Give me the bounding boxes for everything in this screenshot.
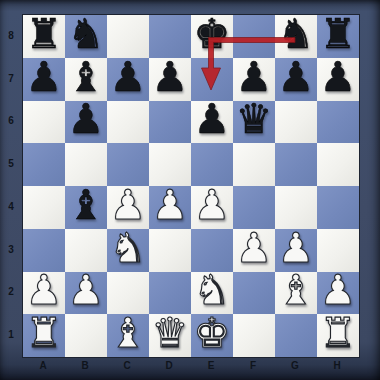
square-c4[interactable]: ♟ (107, 186, 149, 229)
square-h2[interactable]: ♟ (317, 272, 359, 315)
file-label-f: F (232, 357, 274, 373)
square-d5[interactable] (149, 143, 191, 186)
piece-white-pawn-h2[interactable]: ♟ (320, 270, 357, 311)
square-a6[interactable] (23, 101, 65, 144)
square-b1[interactable] (65, 314, 107, 357)
rank-label-7: 7 (0, 57, 22, 100)
rank-label-1: 1 (0, 313, 22, 356)
piece-white-knight-c3[interactable]: ♞ (110, 228, 147, 269)
piece-black-pawn-g7[interactable]: ♟ (278, 57, 315, 98)
piece-black-pawn-c7[interactable]: ♟ (110, 57, 147, 98)
square-f6[interactable]: ♛ (233, 101, 275, 144)
rank-label-6: 6 (0, 100, 22, 143)
square-h7[interactable]: ♟ (317, 58, 359, 101)
piece-white-pawn-a2[interactable]: ♟ (26, 270, 63, 311)
file-label-h: H (316, 357, 358, 373)
piece-white-bishop-g2[interactable]: ♝ (278, 270, 315, 311)
square-g4[interactable] (275, 186, 317, 229)
square-h3[interactable] (317, 229, 359, 272)
piece-white-knight-e2[interactable]: ♞ (194, 270, 231, 311)
chess-board: ♜♞♚♞♜♟♝♟♟♟♟♟♟♟♛♝♟♟♟♞♟♟♟♟♞♝♟♜♝♛♚♜ (22, 14, 360, 358)
square-d3[interactable] (149, 229, 191, 272)
square-b6[interactable]: ♟ (65, 101, 107, 144)
piece-white-rook-a1[interactable]: ♜ (26, 313, 63, 354)
rank-labels: 87654321 (0, 14, 22, 356)
square-d1[interactable]: ♛ (149, 314, 191, 357)
square-a4[interactable] (23, 186, 65, 229)
piece-black-pawn-b6[interactable]: ♟ (68, 99, 105, 140)
file-label-a: A (22, 357, 64, 373)
square-f8[interactable] (233, 15, 275, 58)
square-c1[interactable]: ♝ (107, 314, 149, 357)
piece-white-king-e1[interactable]: ♚ (194, 313, 231, 354)
square-e4[interactable]: ♟ (191, 186, 233, 229)
piece-black-pawn-f7[interactable]: ♟ (236, 57, 273, 98)
piece-white-pawn-f3[interactable]: ♟ (236, 228, 273, 269)
square-e3[interactable] (191, 229, 233, 272)
square-c6[interactable] (107, 101, 149, 144)
square-e5[interactable] (191, 143, 233, 186)
square-h4[interactable] (317, 186, 359, 229)
square-f2[interactable] (233, 272, 275, 315)
square-d6[interactable] (149, 101, 191, 144)
square-e8[interactable]: ♚ (191, 15, 233, 58)
file-label-b: B (64, 357, 106, 373)
piece-white-pawn-e4[interactable]: ♟ (194, 185, 231, 226)
piece-black-rook-a8[interactable]: ♜ (26, 14, 63, 55)
square-g6[interactable] (275, 101, 317, 144)
square-a8[interactable]: ♜ (23, 15, 65, 58)
piece-black-pawn-a7[interactable]: ♟ (26, 57, 63, 98)
square-c3[interactable]: ♞ (107, 229, 149, 272)
square-h6[interactable] (317, 101, 359, 144)
piece-black-bishop-b7[interactable]: ♝ (68, 57, 105, 98)
square-f7[interactable]: ♟ (233, 58, 275, 101)
rank-label-4: 4 (0, 185, 22, 228)
square-b4[interactable]: ♝ (65, 186, 107, 229)
square-d8[interactable] (149, 15, 191, 58)
square-e1[interactable]: ♚ (191, 314, 233, 357)
chessboard-frame: 87654321 ABCDEFGH ♜♞♚♞♜♟♝♟♟♟♟♟♟♟♛♝♟♟♟♞♟♟… (0, 0, 380, 380)
piece-white-pawn-d4[interactable]: ♟ (152, 185, 189, 226)
piece-white-pawn-b2[interactable]: ♟ (68, 270, 105, 311)
rank-label-5: 5 (0, 142, 22, 185)
file-labels: ABCDEFGH (22, 357, 358, 373)
piece-white-pawn-g3[interactable]: ♟ (278, 228, 315, 269)
square-b7[interactable]: ♝ (65, 58, 107, 101)
square-a7[interactable]: ♟ (23, 58, 65, 101)
square-d4[interactable]: ♟ (149, 186, 191, 229)
piece-black-queen-f6[interactable]: ♛ (236, 99, 273, 140)
square-b2[interactable]: ♟ (65, 272, 107, 315)
piece-black-pawn-d7[interactable]: ♟ (152, 57, 189, 98)
piece-black-bishop-b4[interactable]: ♝ (68, 185, 105, 226)
piece-white-pawn-c4[interactable]: ♟ (110, 185, 147, 226)
square-a5[interactable] (23, 143, 65, 186)
piece-black-pawn-h7[interactable]: ♟ (320, 57, 357, 98)
piece-white-bishop-c1[interactable]: ♝ (110, 313, 147, 354)
square-g2[interactable]: ♝ (275, 272, 317, 315)
square-g7[interactable]: ♟ (275, 58, 317, 101)
square-d2[interactable] (149, 272, 191, 315)
piece-black-pawn-e6[interactable]: ♟ (194, 99, 231, 140)
piece-white-rook-h1[interactable]: ♜ (320, 313, 357, 354)
square-c5[interactable] (107, 143, 149, 186)
square-c8[interactable] (107, 15, 149, 58)
square-b8[interactable]: ♞ (65, 15, 107, 58)
piece-white-queen-d1[interactable]: ♛ (152, 313, 189, 354)
square-a2[interactable]: ♟ (23, 272, 65, 315)
square-h8[interactable]: ♜ (317, 15, 359, 58)
square-e6[interactable]: ♟ (191, 101, 233, 144)
square-h5[interactable] (317, 143, 359, 186)
square-e2[interactable]: ♞ (191, 272, 233, 315)
square-c2[interactable] (107, 272, 149, 315)
square-c7[interactable]: ♟ (107, 58, 149, 101)
piece-black-king-e8[interactable]: ♚ (194, 14, 231, 55)
square-g5[interactable] (275, 143, 317, 186)
file-label-e: E (190, 357, 232, 373)
square-h1[interactable]: ♜ (317, 314, 359, 357)
square-a1[interactable]: ♜ (23, 314, 65, 357)
piece-black-knight-g8[interactable]: ♞ (278, 14, 315, 55)
file-label-d: D (148, 357, 190, 373)
square-f5[interactable] (233, 143, 275, 186)
square-a3[interactable] (23, 229, 65, 272)
rank-label-3: 3 (0, 228, 22, 271)
square-d7[interactable]: ♟ (149, 58, 191, 101)
square-g3[interactable]: ♟ (275, 229, 317, 272)
square-g8[interactable]: ♞ (275, 15, 317, 58)
piece-black-rook-h8[interactable]: ♜ (320, 14, 357, 55)
square-g1[interactable] (275, 314, 317, 357)
rank-label-2: 2 (0, 271, 22, 314)
square-b5[interactable] (65, 143, 107, 186)
file-label-g: G (274, 357, 316, 373)
file-label-c: C (106, 357, 148, 373)
square-b3[interactable] (65, 229, 107, 272)
square-f3[interactable]: ♟ (233, 229, 275, 272)
piece-black-knight-b8[interactable]: ♞ (68, 14, 105, 55)
square-e7[interactable] (191, 58, 233, 101)
rank-label-8: 8 (0, 14, 22, 57)
square-f1[interactable] (233, 314, 275, 357)
square-f4[interactable] (233, 186, 275, 229)
